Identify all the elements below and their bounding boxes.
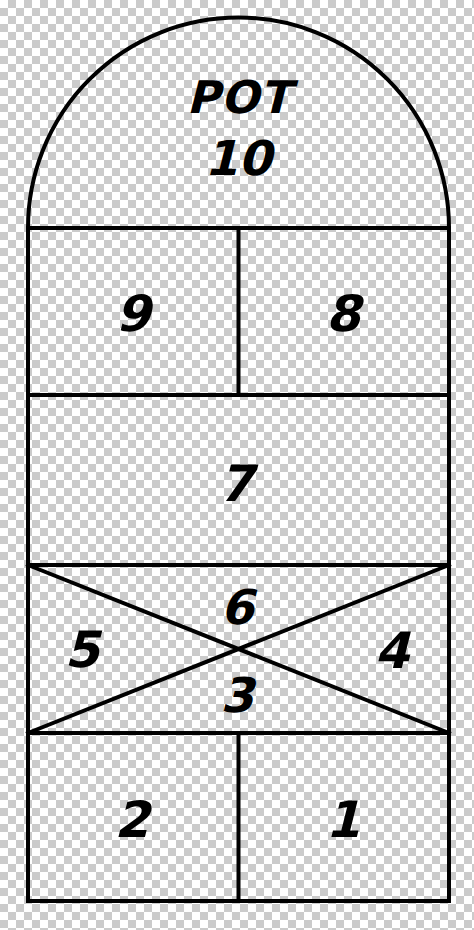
square-9-label: 9	[116, 289, 151, 339]
hopscotch-court-image: POT 10 9 8 7 6 5 4 3 2 1	[0, 0, 474, 930]
square-1-label: 1	[326, 795, 361, 845]
square-6-label: 6	[220, 583, 253, 631]
square-8-label: 8	[326, 289, 361, 339]
square-7-label: 7	[219, 459, 254, 509]
square-3-label: 3	[220, 671, 253, 719]
square-2-label: 2	[115, 795, 150, 845]
square-10-label: 10	[205, 134, 272, 182]
pot-label: POT	[187, 75, 292, 120]
square-4-label: 4	[375, 626, 410, 676]
square-5-label: 5	[65, 625, 100, 675]
